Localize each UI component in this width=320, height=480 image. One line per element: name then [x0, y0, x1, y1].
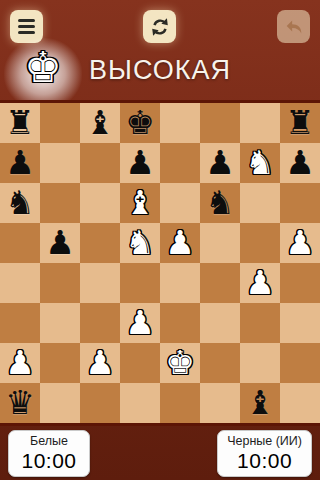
- white-clock: Белые 10:00: [8, 430, 90, 477]
- square-b3[interactable]: [40, 303, 80, 343]
- piece-white-knight[interactable]: ♞: [125, 223, 155, 263]
- piece-black-pawn[interactable]: ♟: [205, 143, 235, 183]
- square-g1[interactable]: ♝: [240, 383, 280, 423]
- square-g6[interactable]: [240, 183, 280, 223]
- square-f5[interactable]: [200, 223, 240, 263]
- square-c4[interactable]: [80, 263, 120, 303]
- square-b7[interactable]: [40, 143, 80, 183]
- piece-black-bishop[interactable]: ♝: [85, 103, 115, 143]
- square-h3[interactable]: [280, 303, 320, 343]
- square-e7[interactable]: [160, 143, 200, 183]
- square-a5[interactable]: [0, 223, 40, 263]
- square-e1[interactable]: [160, 383, 200, 423]
- square-d8[interactable]: ♚: [120, 103, 160, 143]
- square-b6[interactable]: [40, 183, 80, 223]
- square-f3[interactable]: [200, 303, 240, 343]
- square-a3[interactable]: [0, 303, 40, 343]
- piece-black-knight[interactable]: ♞: [5, 183, 35, 223]
- piece-black-bishop[interactable]: ♝: [245, 383, 275, 423]
- square-d2[interactable]: [120, 343, 160, 383]
- square-h8[interactable]: ♜: [280, 103, 320, 143]
- square-d4[interactable]: [120, 263, 160, 303]
- square-d5[interactable]: ♞: [120, 223, 160, 263]
- circular-arrows-icon: [149, 16, 171, 38]
- square-h6[interactable]: [280, 183, 320, 223]
- piece-black-rook[interactable]: ♜: [285, 103, 315, 143]
- piece-black-pawn[interactable]: ♟: [125, 143, 155, 183]
- square-g2[interactable]: [240, 343, 280, 383]
- square-d6[interactable]: ♝: [120, 183, 160, 223]
- square-h2[interactable]: [280, 343, 320, 383]
- square-g4[interactable]: ♟: [240, 263, 280, 303]
- piece-black-rook[interactable]: ♜: [5, 103, 35, 143]
- square-g5[interactable]: [240, 223, 280, 263]
- square-b4[interactable]: [40, 263, 80, 303]
- square-c7[interactable]: [80, 143, 120, 183]
- square-a7[interactable]: ♟: [0, 143, 40, 183]
- square-d7[interactable]: ♟: [120, 143, 160, 183]
- new-game-button[interactable]: [143, 10, 176, 43]
- square-c2[interactable]: ♟: [80, 343, 120, 383]
- black-clock-label: Черные (ИИ): [227, 434, 302, 449]
- hamburger-icon: [18, 19, 35, 35]
- piece-black-king[interactable]: ♚: [125, 103, 155, 143]
- square-b2[interactable]: [40, 343, 80, 383]
- square-c6[interactable]: [80, 183, 120, 223]
- piece-white-pawn[interactable]: ♟: [5, 343, 35, 383]
- piece-black-queen[interactable]: ♛: [5, 383, 35, 423]
- square-e5[interactable]: ♟: [160, 223, 200, 263]
- square-f1[interactable]: [200, 383, 240, 423]
- piece-white-knight[interactable]: ♞: [245, 143, 275, 183]
- piece-white-pawn[interactable]: ♟: [285, 223, 315, 263]
- square-f7[interactable]: ♟: [200, 143, 240, 183]
- piece-black-pawn[interactable]: ♟: [45, 223, 75, 263]
- square-b5[interactable]: ♟: [40, 223, 80, 263]
- square-e3[interactable]: [160, 303, 200, 343]
- square-h4[interactable]: [280, 263, 320, 303]
- square-e8[interactable]: [160, 103, 200, 143]
- white-clock-time: 10:00: [18, 449, 80, 472]
- piece-white-bishop[interactable]: ♝: [125, 183, 155, 223]
- piece-white-pawn[interactable]: ♟: [165, 223, 195, 263]
- page-title: ВЫСОКАЯ: [0, 55, 320, 86]
- curved-back-arrow-icon: [283, 16, 305, 38]
- square-h1[interactable]: [280, 383, 320, 423]
- square-a6[interactable]: ♞: [0, 183, 40, 223]
- square-b1[interactable]: [40, 383, 80, 423]
- square-a4[interactable]: [0, 263, 40, 303]
- piece-white-pawn[interactable]: ♟: [125, 303, 155, 343]
- piece-white-pawn[interactable]: ♟: [245, 263, 275, 303]
- square-g8[interactable]: [240, 103, 280, 143]
- black-clock: Черные (ИИ) 10:00: [217, 430, 312, 477]
- square-d3[interactable]: ♟: [120, 303, 160, 343]
- piece-black-pawn[interactable]: ♟: [5, 143, 35, 183]
- square-f2[interactable]: [200, 343, 240, 383]
- square-e4[interactable]: [160, 263, 200, 303]
- piece-black-pawn[interactable]: ♟: [285, 143, 315, 183]
- square-g3[interactable]: [240, 303, 280, 343]
- square-g7[interactable]: ♞: [240, 143, 280, 183]
- square-e2[interactable]: ♚: [160, 343, 200, 383]
- square-e6[interactable]: [160, 183, 200, 223]
- white-clock-label: Белые: [18, 434, 80, 449]
- square-c1[interactable]: [80, 383, 120, 423]
- square-c5[interactable]: [80, 223, 120, 263]
- square-c3[interactable]: [80, 303, 120, 343]
- square-f6[interactable]: ♞: [200, 183, 240, 223]
- square-c8[interactable]: ♝: [80, 103, 120, 143]
- square-h7[interactable]: ♟: [280, 143, 320, 183]
- square-b8[interactable]: [40, 103, 80, 143]
- square-a2[interactable]: ♟: [0, 343, 40, 383]
- menu-button[interactable]: [10, 10, 43, 43]
- black-clock-time: 10:00: [227, 449, 302, 472]
- undo-button[interactable]: [277, 10, 310, 43]
- square-f4[interactable]: [200, 263, 240, 303]
- square-f8[interactable]: [200, 103, 240, 143]
- piece-black-knight[interactable]: ♞: [205, 183, 235, 223]
- piece-white-king[interactable]: ♚: [165, 343, 195, 383]
- piece-white-pawn[interactable]: ♟: [85, 343, 115, 383]
- square-a8[interactable]: ♜: [0, 103, 40, 143]
- square-h5[interactable]: ♟: [280, 223, 320, 263]
- chess-board: ♜♝♚♜♟♟♟♞♟♞♝♞♟♞♟♟♟♟♟♟♚♛♝: [0, 100, 320, 426]
- square-d1[interactable]: [120, 383, 160, 423]
- square-a1[interactable]: ♛: [0, 383, 40, 423]
